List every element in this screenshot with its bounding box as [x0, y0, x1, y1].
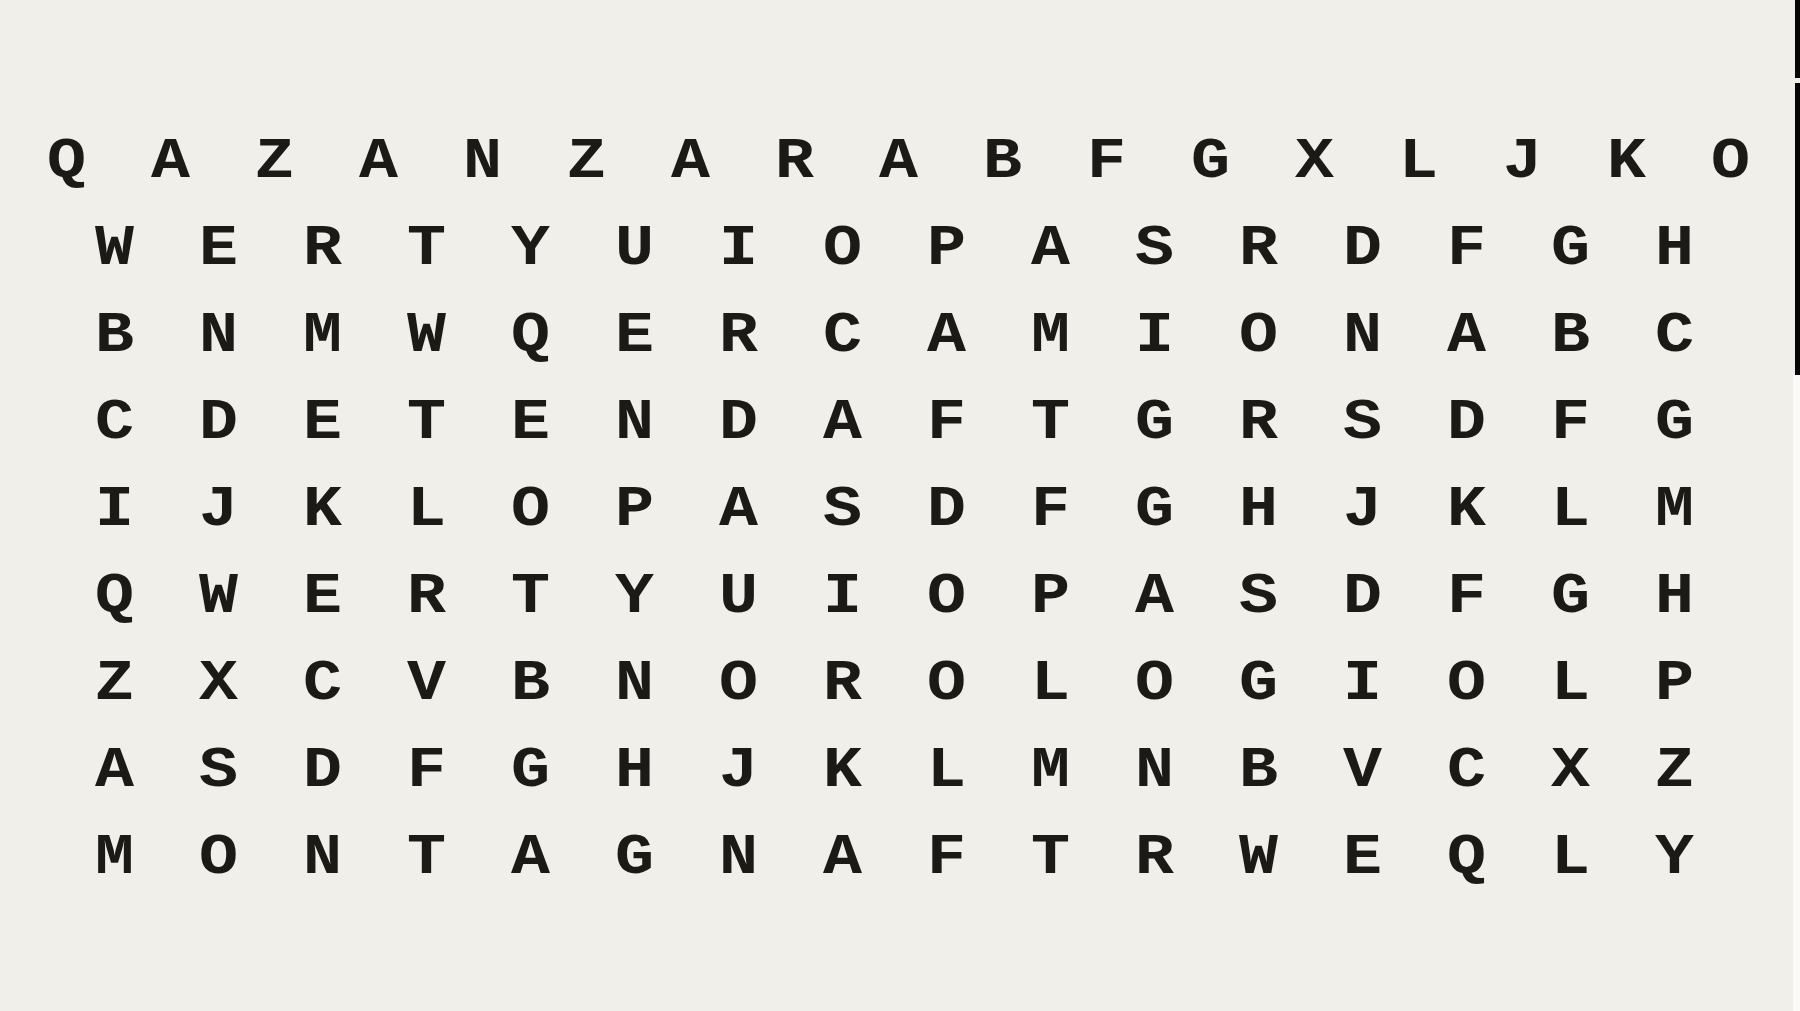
grid-letter: O	[1711, 133, 1750, 191]
grid-letter: G	[511, 742, 550, 800]
grid-letter: S	[823, 481, 862, 539]
grid-cell-r4c7[interactable]: D	[686, 379, 790, 466]
grid-cell-r2c4[interactable]: T	[374, 205, 478, 292]
grid-row-8: ASDFGHJKLMNBVCXZ	[62, 727, 1782, 814]
word-search-page: QAZANZARABFGXLJKOWERTYUIOPASRDFGHBNMWQER…	[0, 0, 1800, 1011]
grid-cell-r5c10[interactable]: F	[998, 466, 1102, 553]
grid-letter: E	[303, 568, 342, 626]
grid-cell-r5c1[interactable]: I	[62, 466, 166, 553]
grid-cell-r1c15[interactable]: J	[1470, 118, 1574, 205]
grid-letter: J	[719, 742, 758, 800]
grid-letter: O	[927, 568, 966, 626]
grid-cell-r1c2[interactable]: A	[118, 118, 222, 205]
grid-letter: M	[1031, 307, 1070, 365]
grid-cell-r5c11[interactable]: G	[1102, 466, 1206, 553]
grid-cell-r7c15[interactable]: L	[1518, 640, 1622, 727]
grid-cell-r6c12[interactable]: S	[1206, 553, 1310, 640]
grid-letter: R	[719, 307, 758, 365]
grid-letter: T	[1031, 394, 1070, 452]
grid-letter: C	[95, 394, 134, 452]
grid-cell-r8c10[interactable]: M	[998, 727, 1102, 814]
grid-cell-r4c16[interactable]: G	[1622, 379, 1726, 466]
grid-cell-r3c7[interactable]: R	[686, 292, 790, 379]
grid-letter: F	[1551, 394, 1590, 452]
grid-cell-r2c13[interactable]: D	[1310, 205, 1414, 292]
grid-letter: O	[823, 220, 862, 278]
grid-letter: F	[1031, 481, 1070, 539]
grid-letter: T	[1031, 829, 1070, 887]
grid-cell-r8c5[interactable]: G	[478, 727, 582, 814]
grid-cell-r4c15[interactable]: F	[1518, 379, 1622, 466]
grid-cell-r9c12[interactable]: W	[1206, 814, 1310, 901]
grid-row-1: QAZANZARABFGXLJKO	[14, 118, 1782, 205]
grid-letter: G	[1135, 481, 1174, 539]
grid-cell-r8c9[interactable]: L	[894, 727, 998, 814]
grid-letter: V	[407, 655, 446, 713]
grid-letter: K	[1447, 481, 1486, 539]
grid-cell-r5c8[interactable]: S	[790, 466, 894, 553]
grid-letter: A	[671, 133, 710, 191]
grid-letter: Z	[255, 133, 294, 191]
grid-letter: E	[615, 307, 654, 365]
grid-letter: B	[511, 655, 550, 713]
grid-cell-r7c4[interactable]: V	[374, 640, 478, 727]
grid-cell-r9c10[interactable]: T	[998, 814, 1102, 901]
grid-cell-r6c15[interactable]: G	[1518, 553, 1622, 640]
grid-letter: O	[199, 829, 238, 887]
grid-letter: D	[303, 742, 342, 800]
grid-letter: H	[1239, 481, 1278, 539]
grid-cell-r3c9[interactable]: A	[894, 292, 998, 379]
grid-letter: P	[927, 220, 966, 278]
grid-letter: J	[1503, 133, 1542, 191]
grid-cell-r3c6[interactable]: E	[582, 292, 686, 379]
grid-cell-r4c13[interactable]: S	[1310, 379, 1414, 466]
grid-cell-r4c9[interactable]: F	[894, 379, 998, 466]
grid-letter: M	[1655, 481, 1694, 539]
right-window-edge-bar	[1795, 83, 1800, 375]
grid-cell-r7c7[interactable]: O	[686, 640, 790, 727]
grid-letter: K	[1607, 133, 1646, 191]
grid-letter: X	[1295, 133, 1334, 191]
grid-cell-r6c9[interactable]: O	[894, 553, 998, 640]
grid-letter: I	[1135, 307, 1174, 365]
grid-letter: C	[1655, 307, 1694, 365]
grid-letter: K	[823, 742, 862, 800]
grid-cell-r8c6[interactable]: H	[582, 727, 686, 814]
grid-cell-r4c11[interactable]: G	[1102, 379, 1206, 466]
grid-letter: X	[1551, 742, 1590, 800]
grid-cell-r1c11[interactable]: F	[1054, 118, 1158, 205]
grid-letter: G	[1655, 394, 1694, 452]
grid-row-3: BNMWQERCAMIONABC	[62, 292, 1782, 379]
grid-letter: L	[1031, 655, 1070, 713]
grid-letter: I	[719, 220, 758, 278]
grid-cell-r3c2[interactable]: N	[166, 292, 270, 379]
grid-cell-r6c4[interactable]: R	[374, 553, 478, 640]
grid-cell-r7c13[interactable]: I	[1310, 640, 1414, 727]
grid-cell-r9c3[interactable]: N	[270, 814, 374, 901]
grid-letter: A	[823, 829, 862, 887]
grid-cell-r9c16[interactable]: Y	[1622, 814, 1726, 901]
grid-letter: A	[359, 133, 398, 191]
grid-letter: S	[1135, 220, 1174, 278]
grid-letter: A	[151, 133, 190, 191]
grid-cell-r1c8[interactable]: R	[742, 118, 846, 205]
grid-cell-r1c16[interactable]: K	[1574, 118, 1678, 205]
grid-cell-r1c13[interactable]: X	[1262, 118, 1366, 205]
grid-letter: U	[719, 568, 758, 626]
grid-cell-r1c14[interactable]: L	[1366, 118, 1470, 205]
grid-cell-r2c15[interactable]: G	[1518, 205, 1622, 292]
grid-letter: P	[1655, 655, 1694, 713]
grid-letter: R	[407, 568, 446, 626]
grid-cell-r2c5[interactable]: Y	[478, 205, 582, 292]
grid-cell-r7c1[interactable]: Z	[62, 640, 166, 727]
grid-cell-r3c16[interactable]: C	[1622, 292, 1726, 379]
grid-letter: W	[407, 307, 446, 365]
grid-cell-r9c11[interactable]: R	[1102, 814, 1206, 901]
grid-cell-r4c14[interactable]: D	[1414, 379, 1518, 466]
grid-letter: L	[1551, 829, 1590, 887]
grid-cell-r2c14[interactable]: F	[1414, 205, 1518, 292]
grid-letter: P	[615, 481, 654, 539]
grid-letter: L	[1551, 481, 1590, 539]
grid-letter: E	[303, 394, 342, 452]
grid-letter: M	[303, 307, 342, 365]
grid-letter: N	[615, 394, 654, 452]
grid-letter: Y	[615, 568, 654, 626]
grid-letter: E	[199, 220, 238, 278]
grid-row-2: WERTYUIOPASRDFGH	[62, 205, 1782, 292]
grid-cell-r6c11[interactable]: A	[1102, 553, 1206, 640]
grid-cell-r8c1[interactable]: A	[62, 727, 166, 814]
grid-letter: O	[1447, 655, 1486, 713]
grid-letter: G	[1239, 655, 1278, 713]
grid-letter: T	[407, 829, 446, 887]
grid-cell-r6c8[interactable]: I	[790, 553, 894, 640]
grid-letter: Q	[95, 568, 134, 626]
grid-cell-r1c12[interactable]: G	[1158, 118, 1262, 205]
grid-cell-r3c5[interactable]: Q	[478, 292, 582, 379]
grid-letter: D	[719, 394, 758, 452]
grid-cell-r4c4[interactable]: T	[374, 379, 478, 466]
grid-cell-r2c12[interactable]: R	[1206, 205, 1310, 292]
grid-letter: S	[1239, 568, 1278, 626]
grid-cell-r8c15[interactable]: X	[1518, 727, 1622, 814]
grid-letter: Z	[95, 655, 134, 713]
grid-letter: R	[303, 220, 342, 278]
grid-cell-r2c16[interactable]: H	[1622, 205, 1726, 292]
grid-letter: J	[1343, 481, 1382, 539]
grid-letter: S	[1343, 394, 1382, 452]
grid-letter: A	[1447, 307, 1486, 365]
grid-cell-r2c10[interactable]: A	[998, 205, 1102, 292]
grid-cell-r8c4[interactable]: F	[374, 727, 478, 814]
grid-letter: A	[1031, 220, 1070, 278]
grid-cell-r3c11[interactable]: I	[1102, 292, 1206, 379]
grid-cell-r9c15[interactable]: L	[1518, 814, 1622, 901]
grid-cell-r4c6[interactable]: N	[582, 379, 686, 466]
grid-letter: N	[719, 829, 758, 887]
grid-letter: R	[1135, 829, 1174, 887]
grid-row-7: ZXCVBNOROLOGIOLP	[62, 640, 1782, 727]
grid-letter: Z	[1655, 742, 1694, 800]
grid-letter: R	[775, 133, 814, 191]
grid-letter: N	[303, 829, 342, 887]
grid-row-5: IJKLOPASDFGHJKLM	[62, 466, 1782, 553]
grid-letter: T	[511, 568, 550, 626]
grid-cell-r2c2[interactable]: E	[166, 205, 270, 292]
grid-letter: O	[719, 655, 758, 713]
grid-letter: O	[1135, 655, 1174, 713]
grid-cell-r7c10[interactable]: L	[998, 640, 1102, 727]
grid-letter: F	[1447, 568, 1486, 626]
grid-cell-r7c2[interactable]: X	[166, 640, 270, 727]
grid-letter: R	[1239, 220, 1278, 278]
grid-letter: T	[407, 220, 446, 278]
grid-letter: J	[199, 481, 238, 539]
grid-letter: H	[1655, 568, 1694, 626]
grid-cell-r5c7[interactable]: A	[686, 466, 790, 553]
grid-cell-r7c9[interactable]: O	[894, 640, 998, 727]
grid-letter: H	[615, 742, 654, 800]
grid-letter: B	[983, 133, 1022, 191]
grid-letter: N	[1343, 307, 1382, 365]
grid-letter: G	[1135, 394, 1174, 452]
grid-cell-r6c3[interactable]: E	[270, 553, 374, 640]
grid-cell-r9c13[interactable]: E	[1310, 814, 1414, 901]
grid-letter: C	[303, 655, 342, 713]
grid-cell-r1c6[interactable]: Z	[534, 118, 638, 205]
grid-letter: N	[199, 307, 238, 365]
grid-letter: W	[95, 220, 134, 278]
grid-cell-r6c14[interactable]: F	[1414, 553, 1518, 640]
grid-letter: Q	[47, 133, 86, 191]
grid-letter: B	[1239, 742, 1278, 800]
grid-row-6: QWERTYUIOPASDFGH	[62, 553, 1782, 640]
grid-letter: X	[199, 655, 238, 713]
grid-cell-r3c8[interactable]: C	[790, 292, 894, 379]
grid-cell-r5c15[interactable]: L	[1518, 466, 1622, 553]
grid-cell-r3c13[interactable]: N	[1310, 292, 1414, 379]
grid-cell-r8c8[interactable]: K	[790, 727, 894, 814]
grid-letter: C	[1447, 742, 1486, 800]
grid-cell-r6c1[interactable]: Q	[62, 553, 166, 640]
grid-letter: A	[927, 307, 966, 365]
grid-cell-r9c8[interactable]: A	[790, 814, 894, 901]
grid-letter: Y	[1655, 829, 1694, 887]
grid-letter: U	[615, 220, 654, 278]
grid-letter: A	[823, 394, 862, 452]
grid-cell-r3c3[interactable]: M	[270, 292, 374, 379]
grid-cell-r4c1[interactable]: C	[62, 379, 166, 466]
grid-letter: P	[1031, 568, 1070, 626]
grid-cell-r5c4[interactable]: L	[374, 466, 478, 553]
grid-letter: M	[1031, 742, 1070, 800]
grid-letter: O	[511, 481, 550, 539]
grid-letter: G	[615, 829, 654, 887]
grid-cell-r6c5[interactable]: T	[478, 553, 582, 640]
grid-cell-r5c16[interactable]: M	[1622, 466, 1726, 553]
grid-letter: L	[1551, 655, 1590, 713]
grid-letter: Z	[567, 133, 606, 191]
grid-letter: C	[823, 307, 862, 365]
grid-cell-r9c14[interactable]: Q	[1414, 814, 1518, 901]
grid-row-9: MONTAGNAFTRWEQLY	[62, 814, 1782, 901]
grid-cell-r7c11[interactable]: O	[1102, 640, 1206, 727]
grid-cell-r8c11[interactable]: N	[1102, 727, 1206, 814]
grid-cell-r7c8[interactable]: R	[790, 640, 894, 727]
grid-cell-r9c6[interactable]: G	[582, 814, 686, 901]
grid-cell-r9c9[interactable]: F	[894, 814, 998, 901]
grid-cell-r3c15[interactable]: B	[1518, 292, 1622, 379]
grid-letter: F	[927, 394, 966, 452]
grid-cell-r5c12[interactable]: H	[1206, 466, 1310, 553]
grid-letter: D	[1343, 220, 1382, 278]
grid-cell-r7c16[interactable]: P	[1622, 640, 1726, 727]
grid-letter: A	[511, 829, 550, 887]
grid-cell-r2c7[interactable]: I	[686, 205, 790, 292]
grid-cell-r5c3[interactable]: K	[270, 466, 374, 553]
grid-cell-r7c5[interactable]: B	[478, 640, 582, 727]
grid-cell-r7c6[interactable]: N	[582, 640, 686, 727]
grid-cell-r8c7[interactable]: J	[686, 727, 790, 814]
grid-letter: D	[927, 481, 966, 539]
word-search-grid: QAZANZARABFGXLJKOWERTYUIOPASRDFGHBNMWQER…	[0, 118, 1782, 901]
grid-letter: O	[927, 655, 966, 713]
grid-cell-r5c13[interactable]: J	[1310, 466, 1414, 553]
grid-letter: G	[1551, 568, 1590, 626]
grid-cell-r8c3[interactable]: D	[270, 727, 374, 814]
grid-letter: F	[407, 742, 446, 800]
grid-cell-r2c9[interactable]: P	[894, 205, 998, 292]
grid-letter: F	[1447, 220, 1486, 278]
grid-cell-r5c6[interactable]: P	[582, 466, 686, 553]
grid-cell-r3c1[interactable]: B	[62, 292, 166, 379]
grid-cell-r3c12[interactable]: O	[1206, 292, 1310, 379]
grid-letter: A	[1135, 568, 1174, 626]
grid-letter: A	[95, 742, 134, 800]
grid-cell-r9c7[interactable]: N	[686, 814, 790, 901]
grid-cell-r8c12[interactable]: B	[1206, 727, 1310, 814]
grid-cell-r2c3[interactable]: R	[270, 205, 374, 292]
grid-cell-r4c2[interactable]: D	[166, 379, 270, 466]
grid-cell-r1c4[interactable]: A	[326, 118, 430, 205]
grid-cell-r1c10[interactable]: B	[950, 118, 1054, 205]
grid-cell-r5c5[interactable]: O	[478, 466, 582, 553]
grid-letter: F	[1087, 133, 1126, 191]
grid-letter: E	[511, 394, 550, 452]
grid-letter: N	[463, 133, 502, 191]
grid-cell-r1c9[interactable]: A	[846, 118, 950, 205]
grid-letter: A	[879, 133, 918, 191]
grid-cell-r3c14[interactable]: A	[1414, 292, 1518, 379]
grid-cell-r4c3[interactable]: E	[270, 379, 374, 466]
grid-letter: V	[1343, 742, 1382, 800]
grid-letter: M	[95, 829, 134, 887]
grid-letter: A	[719, 481, 758, 539]
grid-cell-r8c16[interactable]: Z	[1622, 727, 1726, 814]
grid-cell-r9c1[interactable]: M	[62, 814, 166, 901]
grid-letter: N	[615, 655, 654, 713]
grid-letter: L	[927, 742, 966, 800]
grid-cell-r1c7[interactable]: A	[638, 118, 742, 205]
grid-cell-r5c9[interactable]: D	[894, 466, 998, 553]
grid-letter: T	[407, 394, 446, 452]
grid-cell-r4c5[interactable]: E	[478, 379, 582, 466]
grid-letter: I	[95, 481, 134, 539]
grid-letter: Q	[1447, 829, 1486, 887]
grid-cell-r8c13[interactable]: V	[1310, 727, 1414, 814]
grid-letter: I	[823, 568, 862, 626]
grid-cell-r1c17[interactable]: O	[1678, 118, 1782, 205]
grid-cell-r2c6[interactable]: U	[582, 205, 686, 292]
grid-letter: G	[1191, 133, 1230, 191]
grid-cell-r9c2[interactable]: O	[166, 814, 270, 901]
grid-cell-r3c10[interactable]: M	[998, 292, 1102, 379]
grid-cell-r8c14[interactable]: C	[1414, 727, 1518, 814]
grid-cell-r2c8[interactable]: O	[790, 205, 894, 292]
grid-letter: S	[199, 742, 238, 800]
grid-cell-r2c1[interactable]: W	[62, 205, 166, 292]
grid-letter: F	[927, 829, 966, 887]
grid-cell-r1c1[interactable]: Q	[14, 118, 118, 205]
grid-cell-r5c14[interactable]: K	[1414, 466, 1518, 553]
grid-cell-r4c8[interactable]: A	[790, 379, 894, 466]
grid-cell-r3c4[interactable]: W	[374, 292, 478, 379]
grid-letter: R	[1239, 394, 1278, 452]
grid-cell-r6c2[interactable]: W	[166, 553, 270, 640]
grid-cell-r7c12[interactable]: G	[1206, 640, 1310, 727]
grid-cell-r8c2[interactable]: S	[166, 727, 270, 814]
grid-cell-r2c11[interactable]: S	[1102, 205, 1206, 292]
grid-cell-r5c2[interactable]: J	[166, 466, 270, 553]
grid-cell-r6c7[interactable]: U	[686, 553, 790, 640]
grid-letter: K	[303, 481, 342, 539]
grid-cell-r1c5[interactable]: N	[430, 118, 534, 205]
grid-row-4: CDETENDAFTGRSDFG	[62, 379, 1782, 466]
grid-letter: H	[1655, 220, 1694, 278]
grid-letter: L	[1399, 133, 1438, 191]
grid-letter: Q	[511, 307, 550, 365]
grid-cell-r4c10[interactable]: T	[998, 379, 1102, 466]
grid-letter: Y	[511, 220, 550, 278]
right-window-edge-bar-top	[1795, 0, 1800, 78]
grid-letter: N	[1135, 742, 1174, 800]
grid-letter: L	[407, 481, 446, 539]
grid-cell-r9c5[interactable]: A	[478, 814, 582, 901]
grid-letter: D	[199, 394, 238, 452]
grid-cell-r7c3[interactable]: C	[270, 640, 374, 727]
grid-cell-r6c10[interactable]: P	[998, 553, 1102, 640]
grid-letter: R	[823, 655, 862, 713]
grid-cell-r4c12[interactable]: R	[1206, 379, 1310, 466]
grid-letter: D	[1447, 394, 1486, 452]
grid-cell-r1c3[interactable]: Z	[222, 118, 326, 205]
grid-letter: B	[95, 307, 134, 365]
grid-cell-r6c6[interactable]: Y	[582, 553, 686, 640]
grid-cell-r9c4[interactable]: T	[374, 814, 478, 901]
right-scrollbar-track[interactable]	[1793, 375, 1800, 1011]
grid-cell-r7c14[interactable]: O	[1414, 640, 1518, 727]
grid-letter: W	[1239, 829, 1278, 887]
grid-letter: W	[199, 568, 238, 626]
grid-letter: O	[1239, 307, 1278, 365]
grid-cell-r6c16[interactable]: H	[1622, 553, 1726, 640]
grid-cell-r6c13[interactable]: D	[1310, 553, 1414, 640]
grid-letter: G	[1551, 220, 1590, 278]
